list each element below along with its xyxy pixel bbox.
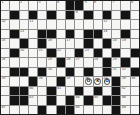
clue-number: 24	[1, 58, 5, 62]
black-cell	[38, 39, 46, 48]
grid-cell[interactable]: 47	[1, 106, 9, 115]
grid-cell[interactable]	[94, 11, 102, 20]
grid-cell[interactable]: 25	[47, 58, 55, 67]
grid-cell[interactable]: 49	[121, 106, 129, 115]
grid-cell[interactable]: 9	[75, 11, 83, 20]
clue-number: 43	[29, 96, 33, 100]
black-cell	[94, 30, 102, 39]
grid-cell[interactable]	[131, 11, 139, 20]
grid-cell[interactable]	[20, 58, 28, 67]
grid-cell[interactable]: 4	[57, 1, 65, 10]
grid-cell[interactable]: 44	[75, 96, 83, 105]
black-cell	[57, 58, 65, 67]
grid-cell[interactable]	[112, 11, 120, 20]
black-cell	[66, 11, 74, 20]
clue-number: 29	[113, 58, 117, 62]
grid-cell[interactable]: 46	[121, 96, 129, 105]
grid-cell[interactable]	[84, 87, 92, 96]
black-cell	[94, 87, 102, 96]
clue-number: 16	[48, 39, 52, 43]
black-cell	[121, 58, 129, 67]
black-cell	[66, 96, 74, 105]
black-cell	[103, 11, 111, 20]
grid-cell[interactable]	[1, 49, 9, 58]
clue-number: 49	[122, 106, 126, 110]
grid-cell[interactable]	[1, 87, 9, 96]
circled-letter-cell: K	[94, 78, 101, 85]
grid-cell[interactable]: 33	[1, 77, 9, 86]
grid-cell[interactable]	[75, 77, 83, 86]
grid-cell[interactable]	[47, 77, 55, 86]
black-cell	[38, 30, 46, 39]
grid-cell[interactable]	[103, 49, 111, 58]
black-cell	[103, 68, 111, 77]
grid-cell[interactable]: 34	[38, 77, 46, 86]
clue-number: 27	[76, 58, 80, 62]
grid-cell[interactable]	[131, 30, 139, 39]
black-cell	[10, 96, 18, 105]
grid-cell[interactable]: 7	[112, 1, 120, 10]
grid-cell[interactable]: 26	[66, 58, 74, 67]
grid-cell[interactable]: 18	[112, 39, 120, 48]
clue-number: 11	[29, 20, 33, 24]
grid-cell[interactable]: 15	[1, 39, 9, 48]
grid-cell[interactable]: 16	[47, 39, 55, 48]
clue-number: 26	[66, 58, 70, 62]
grid-cell[interactable]: 31	[112, 68, 120, 77]
grid-cell[interactable]	[29, 1, 37, 10]
grid-cell[interactable]	[112, 20, 120, 29]
grid-cell[interactable]: 35	[66, 77, 74, 86]
grid-cell[interactable]: 6	[94, 1, 102, 10]
grid-cell[interactable]	[103, 87, 111, 96]
grid-cell[interactable]	[131, 58, 139, 67]
black-cell	[84, 68, 92, 77]
clue-number: 42	[122, 87, 126, 91]
black-cell	[47, 87, 55, 96]
clue-number: 3	[38, 1, 40, 5]
grid-cell[interactable]	[94, 68, 102, 77]
grid-cell[interactable]	[94, 20, 102, 29]
clue-number: 19	[122, 39, 126, 43]
grid-cell[interactable]	[20, 77, 28, 86]
clue-number: 46	[122, 96, 126, 100]
black-cell	[38, 106, 46, 115]
clue-number: 18	[113, 39, 117, 43]
clue-number: 37	[103, 77, 107, 81]
grid-cell[interactable]	[121, 1, 129, 10]
clue-number: 14	[103, 30, 107, 34]
grid-cell[interactable]	[75, 30, 83, 39]
grid-cell[interactable]	[29, 30, 37, 39]
grid-cell[interactable]	[1, 96, 9, 105]
black-cell	[75, 1, 83, 10]
grid-cell[interactable]	[103, 1, 111, 10]
grid-cell[interactable]	[10, 58, 18, 67]
grid-cell[interactable]	[66, 20, 74, 29]
grid-cell[interactable]: 30	[47, 68, 55, 77]
grid-cell[interactable]: 5	[84, 1, 92, 10]
grid-cell[interactable]: 39	[131, 77, 139, 86]
clue-number: 21	[38, 49, 42, 53]
grid-cell[interactable]	[75, 68, 83, 77]
clue-number: 41	[57, 87, 61, 91]
grid-cell[interactable]	[57, 68, 65, 77]
grid-cell[interactable]: 29	[112, 58, 120, 67]
black-cell	[131, 49, 139, 58]
grid-cell[interactable]: 40	[29, 87, 37, 96]
clue-number: 12	[103, 20, 107, 24]
black-cell	[29, 11, 37, 20]
clue-number: 39	[131, 77, 135, 81]
grid-cell[interactable]	[29, 49, 37, 58]
clue-number: 8	[131, 1, 133, 5]
grid-cell[interactable]: 38	[121, 77, 129, 86]
black-cell	[112, 87, 120, 96]
grid-cell[interactable]: 23	[84, 49, 92, 58]
grid-cell[interactable]	[131, 87, 139, 96]
black-cell	[47, 30, 55, 39]
grid-cell[interactable]	[10, 106, 18, 115]
grid-cell[interactable]: 45	[94, 96, 102, 105]
grid-cell[interactable]: 13	[20, 30, 28, 39]
black-cell	[121, 30, 129, 39]
clue-number: 6	[94, 1, 96, 5]
grid-cell[interactable]	[10, 77, 18, 86]
black-cell	[20, 39, 28, 48]
grid-cell[interactable]	[20, 20, 28, 29]
grid-cell[interactable]	[29, 68, 37, 77]
grid-cell[interactable]	[57, 11, 65, 20]
clue-number: 22	[57, 49, 61, 53]
grid-cell[interactable]: 37O	[103, 77, 111, 86]
clue-number: 48	[76, 106, 80, 110]
black-cell	[66, 68, 74, 77]
black-cell	[112, 106, 120, 115]
clue-number: 9	[76, 11, 78, 15]
clue-number: 30	[48, 68, 52, 72]
grid-cell[interactable]	[121, 49, 129, 58]
grid-cell[interactable]	[20, 106, 28, 115]
grid-cell[interactable]	[57, 20, 65, 29]
grid-cell[interactable]	[84, 106, 92, 115]
grid-cell[interactable]	[57, 30, 65, 39]
grid-cell[interactable]	[38, 87, 46, 96]
grid-cell[interactable]: 22	[57, 49, 65, 58]
clue-number: 33	[1, 77, 5, 81]
clue-number: 15	[1, 39, 5, 43]
grid-cell[interactable]: 10	[1, 20, 9, 29]
crossword-grid[interactable]: 1234567891011121314151617181920212223242…	[1, 1, 139, 114]
grid-cell[interactable]	[57, 96, 65, 105]
grid-cell[interactable]	[38, 11, 46, 20]
grid-cell[interactable]: 42	[121, 87, 129, 96]
grid-cell[interactable]: 28	[94, 58, 102, 67]
grid-cell[interactable]	[47, 106, 55, 115]
black-cell	[66, 30, 74, 39]
grid-cell[interactable]	[131, 20, 139, 29]
black-cell	[47, 11, 55, 20]
grid-cell[interactable]: 32	[121, 68, 129, 77]
grid-cell[interactable]: K	[94, 77, 102, 86]
clue-number: 4	[57, 1, 59, 5]
black-cell	[112, 77, 120, 86]
grid-cell[interactable]: 12	[103, 20, 111, 29]
grid-cell[interactable]	[103, 106, 111, 115]
black-cell	[94, 49, 102, 58]
grid-cell[interactable]	[84, 20, 92, 29]
black-cell	[84, 30, 92, 39]
black-cell	[38, 68, 46, 77]
black-cell	[10, 87, 18, 96]
clue-number: 7	[113, 1, 115, 5]
clue-number: 20	[20, 49, 24, 53]
black-cell	[75, 87, 83, 96]
clue-number: 34	[38, 77, 42, 81]
grid-cell[interactable]: 20	[20, 49, 28, 58]
black-cell	[84, 96, 92, 105]
clue-number: 35	[66, 77, 70, 81]
grid-cell[interactable]	[66, 49, 74, 58]
grid-cell[interactable]	[121, 20, 129, 29]
black-cell	[84, 39, 92, 48]
clue-number: 10	[1, 20, 5, 24]
black-cell	[121, 11, 129, 20]
grid-cell[interactable]	[131, 96, 139, 105]
clue-number: 5	[85, 1, 87, 5]
clue-number: 31	[113, 68, 117, 72]
clue-number: 32	[122, 68, 126, 72]
grid-cell[interactable]	[47, 20, 55, 29]
grid-cell[interactable]: 24	[1, 58, 9, 67]
grid-cell[interactable]: 1	[1, 1, 9, 10]
grid-cell[interactable]	[1, 68, 9, 77]
clue-number: 36	[85, 77, 89, 81]
grid-cell[interactable]	[38, 20, 46, 29]
black-cell	[131, 68, 139, 77]
grid-cell[interactable]: 14	[103, 30, 111, 39]
black-cell	[103, 58, 111, 67]
black-cell	[103, 96, 111, 105]
grid-cell[interactable]	[75, 39, 83, 48]
black-cell	[75, 49, 83, 58]
clue-number: 44	[76, 96, 80, 100]
clue-number: 28	[94, 58, 98, 62]
black-cell	[66, 1, 74, 10]
grid-cell[interactable]: 48	[75, 106, 83, 115]
clue-number: 45	[94, 96, 98, 100]
clue-number: 38	[122, 77, 126, 81]
grid-cell[interactable]	[10, 20, 18, 29]
black-cell	[66, 106, 74, 115]
clue-number: 2	[20, 1, 22, 5]
grid-cell[interactable]	[94, 106, 102, 115]
grid-cell[interactable]	[131, 39, 139, 48]
black-cell	[10, 68, 18, 77]
grid-cell[interactable]: 8	[131, 1, 139, 10]
black-cell	[20, 68, 28, 77]
grid-cell[interactable]	[94, 39, 102, 48]
grid-cell[interactable]	[29, 39, 37, 48]
grid-cell[interactable]	[75, 20, 83, 29]
grid-cell[interactable]	[38, 96, 46, 105]
black-cell	[29, 77, 37, 86]
clue-number: 17	[66, 39, 70, 43]
clue-number: 1	[1, 1, 3, 5]
black-cell	[20, 87, 28, 96]
grid-cell[interactable]	[10, 1, 18, 10]
grid-cell[interactable]	[57, 39, 65, 48]
black-cell	[10, 49, 18, 58]
grid-cell[interactable]: 43	[29, 96, 37, 105]
grid-cell[interactable]: 27	[75, 58, 83, 67]
black-cell	[47, 49, 55, 58]
grid-cell[interactable]: 3	[38, 1, 46, 10]
grid-cell[interactable]: 11	[29, 20, 37, 29]
grid-cell[interactable]	[38, 58, 46, 67]
black-cell	[10, 11, 18, 20]
grid-cell[interactable]: 2	[20, 1, 28, 10]
grid-cell[interactable]	[1, 30, 9, 39]
grid-cell[interactable]	[47, 1, 55, 10]
black-cell	[112, 49, 120, 58]
black-cell	[10, 30, 18, 39]
black-cell	[84, 11, 92, 20]
grid-cell[interactable]: 19	[121, 39, 129, 48]
grid-cell[interactable]	[66, 87, 74, 96]
clue-number: 23	[85, 49, 89, 53]
grid-cell[interactable]	[112, 30, 120, 39]
grid-cell[interactable]	[10, 39, 18, 48]
black-cell	[103, 39, 111, 48]
clue-number: 13	[20, 30, 24, 34]
grid-cell[interactable]	[84, 58, 92, 67]
solution-letter: K	[96, 79, 99, 83]
black-cell	[57, 106, 65, 115]
clue-number: 47	[1, 106, 5, 110]
grid-cell[interactable]	[29, 106, 37, 115]
grid-cell[interactable]	[20, 11, 28, 20]
black-cell	[47, 96, 55, 105]
crossword-board: 1234567891011121314151617181920212223242…	[0, 0, 140, 115]
clue-number: 40	[29, 87, 33, 91]
clue-number: 25	[48, 58, 52, 62]
grid-cell[interactable]: 17	[66, 39, 74, 48]
black-cell	[20, 96, 28, 105]
grid-cell[interactable]	[131, 106, 139, 115]
grid-cell[interactable]	[1, 11, 9, 20]
black-cell	[57, 77, 65, 86]
black-cell	[112, 96, 120, 105]
grid-cell[interactable]: 36O	[84, 77, 92, 86]
grid-cell[interactable]: 21	[38, 49, 46, 58]
grid-cell[interactable]: 41	[57, 87, 65, 96]
grid-cell[interactable]	[29, 58, 37, 67]
